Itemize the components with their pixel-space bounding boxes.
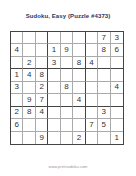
cell-r7c3[interactable]: 4	[36, 107, 48, 119]
cell-r8c3[interactable]	[36, 119, 48, 131]
cell-r9c3[interactable]: 9	[36, 132, 48, 144]
cell-r4c2[interactable]: 4	[23, 69, 35, 81]
cell-r8c6[interactable]	[73, 119, 85, 131]
cell-r2c2[interactable]	[23, 44, 35, 56]
cell-r6c4[interactable]	[48, 94, 60, 106]
cell-r6c1[interactable]	[11, 94, 23, 106]
cell-r9c2[interactable]	[23, 132, 35, 144]
cell-r7c6[interactable]	[73, 107, 85, 119]
cell-r4c1[interactable]: 1	[11, 69, 23, 81]
cell-r6c8[interactable]	[98, 94, 110, 106]
cell-r2c8[interactable]: 8	[98, 44, 110, 56]
cell-r1c2[interactable]	[23, 32, 35, 44]
cell-r5c5[interactable]: 8	[61, 82, 73, 94]
cell-r2c3[interactable]	[36, 44, 48, 56]
cell-r2c9[interactable]: 6	[111, 44, 123, 56]
cell-r9c8[interactable]	[98, 132, 110, 144]
cell-r8c1[interactable]: 6	[11, 119, 23, 131]
cell-r6c3[interactable]: 7	[36, 94, 48, 106]
cell-r5c2[interactable]	[23, 82, 35, 94]
cell-r3c9[interactable]	[111, 57, 123, 69]
cell-r3c1[interactable]	[11, 57, 23, 69]
cell-r3c5[interactable]	[61, 57, 73, 69]
cell-r6c6[interactable]: 4	[73, 94, 85, 106]
cell-r1c1[interactable]	[11, 32, 23, 44]
cell-r7c4[interactable]	[48, 107, 60, 119]
puzzle-title: Sudoku, Easy (Puzzle #4373)	[0, 13, 136, 19]
sudoku-board: 7341986238414832849742843675921	[10, 31, 124, 145]
cell-r3c7[interactable]: 4	[86, 57, 98, 69]
cell-r4c6[interactable]	[73, 69, 85, 81]
cell-r4c8[interactable]	[98, 69, 110, 81]
cell-r4c5[interactable]	[61, 69, 73, 81]
cell-r4c7[interactable]	[86, 69, 98, 81]
cell-r8c4[interactable]	[48, 119, 60, 131]
cell-r5c4[interactable]	[48, 82, 60, 94]
cell-r1c5[interactable]	[61, 32, 73, 44]
cell-r9c1[interactable]	[11, 132, 23, 144]
cell-r8c9[interactable]	[111, 119, 123, 131]
cell-r7c7[interactable]	[86, 107, 98, 119]
cell-r8c8[interactable]: 5	[98, 119, 110, 131]
cell-r1c8[interactable]: 7	[98, 32, 110, 44]
cell-r1c7[interactable]	[86, 32, 98, 44]
cell-r6c7[interactable]	[86, 94, 98, 106]
cell-r8c5[interactable]	[61, 119, 73, 131]
cell-r9c6[interactable]: 2	[73, 132, 85, 144]
cell-r1c9[interactable]: 3	[111, 32, 123, 44]
cell-r3c8[interactable]	[98, 57, 110, 69]
cell-r6c5[interactable]	[61, 94, 73, 106]
cell-r1c4[interactable]	[48, 32, 60, 44]
cell-r2c7[interactable]	[86, 44, 98, 56]
cell-r7c9[interactable]	[111, 107, 123, 119]
cell-r4c4[interactable]	[48, 69, 60, 81]
cell-r9c4[interactable]	[48, 132, 60, 144]
cell-r6c2[interactable]: 9	[23, 94, 35, 106]
cell-r7c2[interactable]: 8	[23, 107, 35, 119]
footer-url: www.printsudoku.com	[0, 164, 136, 169]
cell-r7c1[interactable]: 2	[11, 107, 23, 119]
cell-r2c5[interactable]: 9	[61, 44, 73, 56]
cell-r8c7[interactable]: 7	[86, 119, 98, 131]
cell-r9c5[interactable]	[61, 132, 73, 144]
cell-r1c3[interactable]	[36, 32, 48, 44]
cell-r5c9[interactable]: 4	[111, 82, 123, 94]
cell-r3c2[interactable]: 2	[23, 57, 35, 69]
cell-r4c3[interactable]: 8	[36, 69, 48, 81]
cell-r9c7[interactable]	[86, 132, 98, 144]
cell-r2c6[interactable]	[73, 44, 85, 56]
cell-r4c9[interactable]	[111, 69, 123, 81]
cell-r8c2[interactable]	[23, 119, 35, 131]
cell-r7c8[interactable]: 3	[98, 107, 110, 119]
cell-r5c1[interactable]: 3	[11, 82, 23, 94]
cell-r7c5[interactable]	[61, 107, 73, 119]
cell-r3c4[interactable]: 3	[48, 57, 60, 69]
cell-r9c9[interactable]: 1	[111, 132, 123, 144]
cell-r1c6[interactable]	[73, 32, 85, 44]
cell-r5c3[interactable]: 2	[36, 82, 48, 94]
cell-r5c7[interactable]	[86, 82, 98, 94]
cell-r2c4[interactable]: 1	[48, 44, 60, 56]
cell-r6c9[interactable]	[111, 94, 123, 106]
cell-r5c8[interactable]	[98, 82, 110, 94]
cell-r3c6[interactable]: 8	[73, 57, 85, 69]
cell-r2c1[interactable]: 4	[11, 44, 23, 56]
cell-r3c3[interactable]	[36, 57, 48, 69]
cell-r5c6[interactable]	[73, 82, 85, 94]
